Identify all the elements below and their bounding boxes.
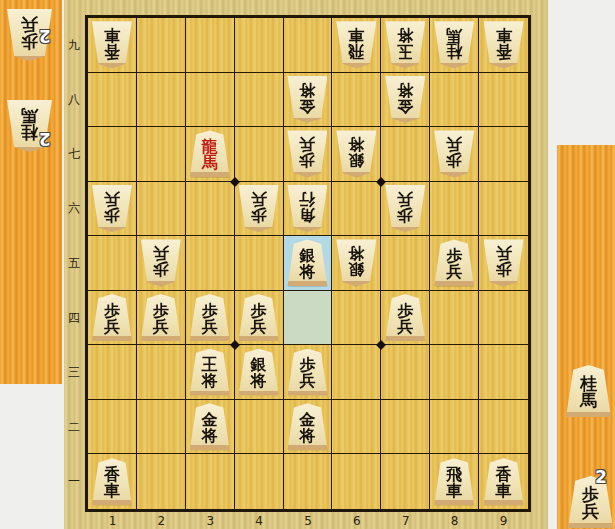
shogi-piece[interactable]: 香車	[484, 21, 524, 68]
shogi-piece[interactable]: 歩兵	[239, 294, 279, 341]
piece-kanji: 香車	[104, 467, 120, 498]
piece-kanji: 銀将	[251, 357, 267, 388]
board-cell-9五[interactable]: 歩兵	[479, 236, 528, 291]
file-label: 3	[186, 513, 235, 528]
file-label: 7	[381, 513, 430, 528]
file-label: 8	[430, 513, 479, 528]
board-cell-3三[interactable]: 王将	[186, 345, 235, 400]
piece-kanji: 歩兵	[397, 303, 413, 334]
board-cell-4八[interactable]	[235, 73, 284, 128]
board-cell-6二[interactable]	[332, 400, 381, 455]
shogi-piece[interactable]: 金将	[287, 403, 327, 450]
shogi-piece[interactable]: 銀将	[239, 349, 279, 396]
piece-kanji: 香車	[496, 28, 512, 59]
shogi-piece[interactable]: 香車	[484, 458, 524, 505]
shogi-piece[interactable]: 歩兵	[141, 294, 181, 341]
board-cell-5四[interactable]	[284, 291, 333, 346]
rank-labels: 九八七六五四三二一	[64, 18, 84, 509]
board-cell-1五[interactable]	[88, 236, 137, 291]
piece-kanji: 飛車	[446, 467, 462, 498]
piece-kanji: 桂馬	[21, 108, 38, 141]
right-piece-stand[interactable]: 桂馬歩兵2	[557, 145, 615, 529]
board-cell-1一[interactable]: 香車	[88, 454, 137, 509]
board-cell-5一[interactable]	[284, 454, 333, 509]
rank-label: 九	[64, 18, 84, 73]
board-cell-7三[interactable]	[381, 345, 430, 400]
board-cell-6九[interactable]: 飛車	[332, 18, 381, 73]
board-cell-1六[interactable]: 歩兵	[88, 182, 137, 237]
file-label: 2	[137, 513, 186, 528]
board-cell-5五[interactable]: 銀将	[284, 236, 333, 291]
rank-label: 一	[64, 455, 84, 510]
piece-kanji: 歩兵	[582, 486, 599, 519]
file-labels: 123456789	[88, 513, 528, 528]
piece-kanji: 歩兵	[104, 303, 120, 334]
board-cell-8六[interactable]	[430, 182, 479, 237]
board-cell-3七[interactable]: 龍馬	[186, 127, 235, 182]
board-cell-2二[interactable]	[137, 400, 186, 455]
board-cell-9四[interactable]	[479, 291, 528, 346]
board-cell-6三[interactable]	[332, 345, 381, 400]
board-cell-2五[interactable]: 歩兵	[137, 236, 186, 291]
board-cell-5三[interactable]: 歩兵	[284, 345, 333, 400]
board-cell-6七[interactable]: 銀将	[332, 127, 381, 182]
shogi-piece[interactable]: 飛車	[434, 458, 474, 505]
piece-kanji: 角行	[299, 192, 315, 223]
piece-kanji: 玉将	[397, 28, 413, 59]
shogi-piece[interactable]: 香車	[92, 458, 132, 505]
captured-count: 2	[39, 129, 51, 149]
board-cell-2四[interactable]: 歩兵	[137, 291, 186, 346]
shogi-piece[interactable]: 金将	[385, 76, 425, 123]
board-cell-7一[interactable]	[381, 454, 430, 509]
board-cell-4一[interactable]	[235, 454, 284, 509]
shogi-piece[interactable]: 歩兵	[92, 294, 132, 341]
board-cell-8五[interactable]: 歩兵	[430, 236, 479, 291]
piece-kanji: 龍馬	[202, 139, 218, 170]
board-cell-9八[interactable]	[479, 73, 528, 128]
shogi-piece[interactable]: 歩兵	[190, 294, 230, 341]
shogi-piece[interactable]: 歩兵	[385, 294, 425, 341]
shogi-piece[interactable]: 歩兵	[385, 185, 425, 232]
board-cell-2七[interactable]	[137, 127, 186, 182]
shogi-piece[interactable]: 金将	[190, 403, 230, 450]
captured-count: 2	[595, 467, 607, 487]
board-cell-8四[interactable]	[430, 291, 479, 346]
piece-kanji: 香車	[104, 28, 120, 59]
piece-kanji: 王将	[202, 357, 218, 388]
board-cell-1九[interactable]: 香車	[88, 18, 137, 73]
piece-kanji: 銀将	[348, 246, 364, 277]
board-grid: 香車飛車玉将桂馬香車金将金将龍馬歩兵銀将歩兵歩兵歩兵角行歩兵歩兵銀将銀将歩兵歩兵…	[88, 18, 528, 509]
board-cell-3四[interactable]: 歩兵	[186, 291, 235, 346]
board-cell-4三[interactable]: 銀将	[235, 345, 284, 400]
piece-kanji: 歩兵	[153, 303, 169, 334]
shogi-piece[interactable]: 銀将	[336, 130, 376, 177]
board-cell-8七[interactable]: 歩兵	[430, 127, 479, 182]
board-cell-4七[interactable]	[235, 127, 284, 182]
piece-kanji: 歩兵	[299, 357, 315, 388]
board-cell-5二[interactable]: 金将	[284, 400, 333, 455]
board-cell-3六[interactable]	[186, 182, 235, 237]
shogi-piece[interactable]: 歩兵	[239, 185, 279, 232]
board-cell-9六[interactable]	[479, 182, 528, 237]
board-cell-9二[interactable]	[479, 400, 528, 455]
board-cell-8一[interactable]: 飛車	[430, 454, 479, 509]
board-cell-3八[interactable]	[186, 73, 235, 128]
board-cell-8八[interactable]	[430, 73, 479, 128]
board-cell-6一[interactable]	[332, 454, 381, 509]
left-piece-stand[interactable]: 歩兵2桂馬2	[0, 0, 62, 384]
rank-label: 六	[64, 182, 84, 237]
board-cell-5八[interactable]: 金将	[284, 73, 333, 128]
board-cell-3五[interactable]	[186, 236, 235, 291]
shogi-piece[interactable]: 銀将	[336, 239, 376, 286]
board-cell-2八[interactable]	[137, 73, 186, 128]
piece-kanji: 歩兵	[299, 137, 315, 168]
shogi-piece[interactable]: 玉将	[385, 21, 425, 68]
piece-kanji: 金将	[299, 412, 315, 443]
board-cell-7二[interactable]	[381, 400, 430, 455]
shogi-piece[interactable]: 歩兵	[92, 185, 132, 232]
board-cell-7四[interactable]: 歩兵	[381, 291, 430, 346]
board-cell-6八[interactable]	[332, 73, 381, 128]
piece-kanji: 歩兵	[251, 303, 267, 334]
piece-kanji: 歩兵	[153, 246, 169, 277]
board-cell-4九[interactable]	[235, 18, 284, 73]
board-cell-4五[interactable]	[235, 236, 284, 291]
shogi-piece[interactable]: 銀将	[287, 239, 327, 286]
shogi-piece[interactable]: 香車	[92, 21, 132, 68]
shogi-piece[interactable]: 歩兵	[484, 239, 524, 286]
board-cell-7八[interactable]: 金将	[381, 73, 430, 128]
board-cell-9七[interactable]	[479, 127, 528, 182]
rank-label: 七	[64, 127, 84, 182]
piece-kanji: 歩兵	[446, 137, 462, 168]
file-label: 5	[284, 513, 333, 528]
board-cell-3九[interactable]	[186, 18, 235, 73]
piece-kanji: 歩兵	[104, 192, 120, 223]
board-cell-2三[interactable]	[137, 345, 186, 400]
shogi-piece[interactable]: 王将	[190, 349, 230, 396]
shogi-app: 歩兵2桂馬2 九八七六五四三二一 123456789 香車飛車玉将桂馬香車金将金…	[0, 0, 615, 529]
board-cell-2六[interactable]	[137, 182, 186, 237]
board-cell-5七[interactable]: 歩兵	[284, 127, 333, 182]
board-cell-8九[interactable]: 桂馬	[430, 18, 479, 73]
board-cell-8二[interactable]	[430, 400, 479, 455]
shogi-piece[interactable]: 角行	[287, 185, 327, 232]
shogi-piece[interactable]: 桂馬	[434, 21, 474, 68]
board-cell-7九[interactable]: 玉将	[381, 18, 430, 73]
shogi-board: 香車飛車玉将桂馬香車金将金将龍馬歩兵銀将歩兵歩兵歩兵角行歩兵歩兵銀将銀将歩兵歩兵…	[85, 15, 531, 512]
board-cell-4四[interactable]: 歩兵	[235, 291, 284, 346]
shogi-piece[interactable]: 飛車	[336, 21, 376, 68]
board-frame: 九八七六五四三二一 123456789 香車飛車玉将桂馬香車金将金将龍馬歩兵銀将…	[64, 0, 548, 529]
board-cell-9三[interactable]	[479, 345, 528, 400]
piece-kanji: 歩兵	[251, 192, 267, 223]
captured-count: 2	[39, 26, 51, 46]
piece-kanji: 歩兵	[446, 248, 462, 279]
file-label: 4	[235, 513, 284, 528]
rank-label: 八	[64, 73, 84, 128]
board-cell-7六[interactable]: 歩兵	[381, 182, 430, 237]
board-cell-1三[interactable]	[88, 345, 137, 400]
piece-kanji: 歩兵	[397, 192, 413, 223]
piece-kanji: 銀将	[299, 248, 315, 279]
shogi-piece[interactable]: 歩兵	[287, 130, 327, 177]
shogi-piece[interactable]: 金将	[287, 76, 327, 123]
board-cell-6四[interactable]	[332, 291, 381, 346]
piece-kanji: 歩兵	[496, 246, 512, 277]
board-cell-1二[interactable]	[88, 400, 137, 455]
board-cell-1四[interactable]: 歩兵	[88, 291, 137, 346]
file-label: 1	[88, 513, 137, 528]
board-cell-6六[interactable]	[332, 182, 381, 237]
shogi-piece[interactable]: 歩兵	[141, 239, 181, 286]
piece-kanji: 桂馬	[446, 28, 462, 59]
rank-label: 五	[64, 236, 84, 291]
board-cell-4六[interactable]: 歩兵	[235, 182, 284, 237]
piece-kanji: 桂馬	[580, 375, 597, 408]
piece-kanji: 金将	[202, 412, 218, 443]
board-cell-9九[interactable]: 香車	[479, 18, 528, 73]
file-label: 6	[332, 513, 381, 528]
board-cell-1七[interactable]	[88, 127, 137, 182]
board-cell-7五[interactable]	[381, 236, 430, 291]
file-label: 9	[479, 513, 528, 528]
board-cell-2九[interactable]	[137, 18, 186, 73]
rank-label: 二	[64, 400, 84, 455]
board-cell-4二[interactable]	[235, 400, 284, 455]
board-cell-9一[interactable]: 香車	[479, 454, 528, 509]
board-cell-2一[interactable]	[137, 454, 186, 509]
shogi-piece[interactable]: 歩兵	[434, 130, 474, 177]
shogi-piece[interactable]: 桂馬	[566, 365, 611, 417]
piece-kanji: 歩兵	[202, 303, 218, 334]
rank-label: 四	[64, 291, 84, 346]
shogi-piece[interactable]: 龍馬	[190, 130, 230, 177]
shogi-piece[interactable]: 歩兵	[434, 239, 474, 286]
rank-label: 三	[64, 345, 84, 400]
board-cell-5九[interactable]	[284, 18, 333, 73]
board-cell-3二[interactable]: 金将	[186, 400, 235, 455]
piece-kanji: 金将	[397, 83, 413, 114]
piece-kanji: 金将	[299, 83, 315, 114]
board-cell-5六[interactable]: 角行	[284, 182, 333, 237]
board-cell-6五[interactable]: 銀将	[332, 236, 381, 291]
board-cell-8三[interactable]	[430, 345, 479, 400]
piece-kanji: 銀将	[348, 137, 364, 168]
piece-kanji: 歩兵	[21, 17, 38, 50]
piece-kanji: 飛車	[348, 28, 364, 59]
shogi-piece[interactable]: 歩兵	[287, 349, 327, 396]
piece-kanji: 香車	[496, 467, 512, 498]
board-cell-3一[interactable]	[186, 454, 235, 509]
board-cell-7七[interactable]	[381, 127, 430, 182]
board-cell-1八[interactable]	[88, 73, 137, 128]
